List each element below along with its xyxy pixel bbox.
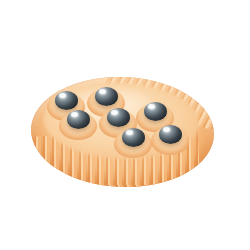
product-photo [0, 0, 250, 250]
specular-highlight [71, 112, 78, 117]
metal-massage-ball [107, 108, 130, 127]
specular-highlight [111, 110, 118, 115]
specular-highlight [126, 130, 133, 135]
metal-massage-ball [95, 87, 118, 106]
metal-massage-ball [144, 102, 167, 121]
specular-highlight [148, 104, 155, 109]
specular-highlight [163, 127, 170, 132]
metal-massage-ball [55, 91, 78, 110]
metal-massage-ball [67, 110, 90, 129]
specular-highlight [59, 93, 66, 98]
metal-massage-ball [159, 125, 182, 144]
metal-massage-ball [122, 128, 145, 147]
specular-highlight [99, 89, 106, 94]
